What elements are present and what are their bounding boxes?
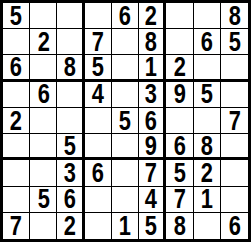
sudoku-cell-r8c7[interactable]: 7 xyxy=(166,187,193,213)
cell-digit: 6 xyxy=(37,82,49,108)
sudoku-cell-r9c7[interactable]: 8 xyxy=(166,213,193,239)
cell-digit: 9 xyxy=(173,82,185,108)
sudoku-cell-r8c3[interactable]: 6 xyxy=(57,187,84,213)
cell-digit: 7 xyxy=(228,108,240,134)
sudoku-cell-r8c2[interactable]: 5 xyxy=(30,187,57,213)
sudoku-cell-r5c4[interactable] xyxy=(85,108,112,134)
sudoku-cell-r6c1[interactable] xyxy=(3,134,30,160)
sudoku-cell-r2c8[interactable]: 6 xyxy=(194,29,221,55)
sudoku-cell-r1c8[interactable] xyxy=(194,3,221,29)
sudoku-cell-r8c6[interactable]: 4 xyxy=(139,187,166,213)
cell-digit: 4 xyxy=(145,187,157,213)
sudoku-cell-r4c7[interactable]: 9 xyxy=(166,82,193,108)
sudoku-cell-r7c5[interactable] xyxy=(112,160,139,186)
sudoku-cell-r9c1[interactable]: 7 xyxy=(3,213,30,239)
sudoku-cell-r8c5[interactable] xyxy=(112,187,139,213)
sudoku-cell-r8c8[interactable]: 1 xyxy=(194,187,221,213)
sudoku-cell-r8c9[interactable] xyxy=(221,187,248,213)
sudoku-cell-r6c9[interactable] xyxy=(221,134,248,160)
sudoku-cell-r8c4[interactable] xyxy=(85,187,112,213)
sudoku-cell-r2c2[interactable]: 2 xyxy=(30,29,57,55)
cell-digit: 7 xyxy=(173,187,185,213)
cell-digit: 2 xyxy=(10,108,22,134)
cell-digit: 9 xyxy=(145,134,157,160)
sudoku-cell-r5c9[interactable]: 7 xyxy=(221,108,248,134)
cell-digit: 8 xyxy=(228,3,240,29)
cell-digit: 8 xyxy=(63,55,75,81)
cell-digit: 2 xyxy=(173,55,185,81)
sudoku-cell-r7c3[interactable]: 3 xyxy=(57,160,84,186)
sudoku-cell-r2c6[interactable]: 8 xyxy=(139,29,166,55)
sudoku-cell-r5c6[interactable]: 6 xyxy=(139,108,166,134)
sudoku-cell-r7c9[interactable] xyxy=(221,160,248,186)
cell-digit: 2 xyxy=(37,29,49,55)
cell-digit: 6 xyxy=(228,213,240,239)
sudoku-cell-r2c7[interactable] xyxy=(166,29,193,55)
cell-digit: 1 xyxy=(201,187,213,213)
sudoku-cell-r4c2[interactable]: 6 xyxy=(30,82,57,108)
sudoku-cell-r1c3[interactable] xyxy=(57,3,84,29)
sudoku-cell-r4c8[interactable]: 5 xyxy=(194,82,221,108)
sudoku-cell-r6c8[interactable]: 8 xyxy=(194,134,221,160)
cell-digit: 5 xyxy=(201,82,213,108)
cell-digit: 7 xyxy=(145,160,157,186)
sudoku-cell-r3c8[interactable] xyxy=(194,55,221,81)
sudoku-cell-r4c4[interactable]: 4 xyxy=(85,82,112,108)
cell-digit: 6 xyxy=(92,160,104,186)
cell-digit: 6 xyxy=(119,3,131,29)
sudoku-cell-r1c7[interactable] xyxy=(166,3,193,29)
sudoku-cell-r9c4[interactable] xyxy=(85,213,112,239)
cell-digit: 7 xyxy=(10,213,22,239)
cell-digit: 1 xyxy=(145,55,157,81)
sudoku-cell-r2c4[interactable]: 7 xyxy=(85,29,112,55)
sudoku-cell-r4c5[interactable] xyxy=(112,82,139,108)
sudoku-cell-r6c7[interactable]: 6 xyxy=(166,134,193,160)
sudoku-cell-r2c5[interactable] xyxy=(112,29,139,55)
sudoku-cell-r5c3[interactable] xyxy=(57,108,84,134)
cell-digit: 6 xyxy=(201,29,213,55)
cell-digit: 3 xyxy=(145,82,157,108)
cell-digit: 8 xyxy=(201,134,213,160)
sudoku-cell-r2c9[interactable]: 5 xyxy=(221,29,248,55)
sudoku-cell-r4c9[interactable] xyxy=(221,82,248,108)
sudoku-cell-r8c1[interactable] xyxy=(3,187,30,213)
cell-digit: 2 xyxy=(63,213,75,239)
sudoku-cell-r9c6[interactable]: 5 xyxy=(139,213,166,239)
sudoku-board: 5628278656851264395256759683675256471721… xyxy=(0,0,251,242)
sudoku-cell-r6c5[interactable] xyxy=(112,134,139,160)
sudoku-cell-r9c8[interactable] xyxy=(194,213,221,239)
cell-digit: 5 xyxy=(37,187,49,213)
sudoku-cell-r6c3[interactable]: 5 xyxy=(57,134,84,160)
sudoku-cell-r2c1[interactable] xyxy=(3,29,30,55)
sudoku-cell-r9c5[interactable]: 1 xyxy=(112,213,139,239)
sudoku-cell-r3c9[interactable] xyxy=(221,55,248,81)
sudoku-cell-r3c7[interactable]: 2 xyxy=(166,55,193,81)
sudoku-cell-r1c1[interactable]: 5 xyxy=(3,3,30,29)
cell-digit: 6 xyxy=(10,55,22,81)
sudoku-cell-r3c6[interactable]: 1 xyxy=(139,55,166,81)
sudoku-cell-r7c4[interactable]: 6 xyxy=(85,160,112,186)
sudoku-cell-r7c6[interactable]: 7 xyxy=(139,160,166,186)
cell-digit: 2 xyxy=(201,160,213,186)
cell-digit: 5 xyxy=(119,108,131,134)
cell-digit: 6 xyxy=(145,108,157,134)
sudoku-cell-r9c3[interactable]: 2 xyxy=(57,213,84,239)
sudoku-cell-r3c5[interactable] xyxy=(112,55,139,81)
cell-digit: 6 xyxy=(63,187,75,213)
sudoku-cell-r3c2[interactable] xyxy=(30,55,57,81)
cell-digit: 5 xyxy=(228,29,240,55)
sudoku-cell-r5c1[interactable]: 2 xyxy=(3,108,30,134)
cell-digit: 5 xyxy=(145,213,157,239)
sudoku-cell-r5c7[interactable] xyxy=(166,108,193,134)
cell-digit: 8 xyxy=(173,213,185,239)
sudoku-cell-r9c9[interactable]: 6 xyxy=(221,213,248,239)
sudoku-cell-r7c1[interactable] xyxy=(3,160,30,186)
sudoku-cell-r3c1[interactable]: 6 xyxy=(3,55,30,81)
sudoku-cell-r6c6[interactable]: 9 xyxy=(139,134,166,160)
sudoku-cell-r1c2[interactable] xyxy=(30,3,57,29)
cell-digit: 6 xyxy=(173,134,185,160)
cell-digit: 3 xyxy=(63,160,75,186)
sudoku-cell-r5c8[interactable] xyxy=(194,108,221,134)
sudoku-cell-r1c5[interactable]: 6 xyxy=(112,3,139,29)
sudoku-cell-r7c7[interactable]: 5 xyxy=(166,160,193,186)
cell-digit: 4 xyxy=(92,82,104,108)
sudoku-cell-r1c9[interactable]: 8 xyxy=(221,3,248,29)
cell-digit: 7 xyxy=(92,29,104,55)
cell-digit: 5 xyxy=(63,134,75,160)
sudoku-cell-r3c4[interactable]: 5 xyxy=(85,55,112,81)
sudoku-cell-r6c4[interactable] xyxy=(85,134,112,160)
sudoku-cell-r7c8[interactable]: 2 xyxy=(194,160,221,186)
sudoku-cell-r7c2[interactable] xyxy=(30,160,57,186)
cell-digit: 8 xyxy=(145,29,157,55)
sudoku-cell-r2c3[interactable] xyxy=(57,29,84,55)
sudoku-cell-r5c2[interactable] xyxy=(30,108,57,134)
cell-digit: 2 xyxy=(145,3,157,29)
sudoku-cell-r4c1[interactable] xyxy=(3,82,30,108)
sudoku-cell-r1c4[interactable] xyxy=(85,3,112,29)
sudoku-cell-r4c3[interactable] xyxy=(57,82,84,108)
sudoku-cell-r3c3[interactable]: 8 xyxy=(57,55,84,81)
sudoku-cell-r4c6[interactable]: 3 xyxy=(139,82,166,108)
cell-digit: 1 xyxy=(119,213,131,239)
cell-digit: 5 xyxy=(10,3,22,29)
cell-digit: 5 xyxy=(173,160,185,186)
sudoku-cell-r9c2[interactable] xyxy=(30,213,57,239)
cell-digit: 5 xyxy=(92,55,104,81)
sudoku-cell-r6c2[interactable] xyxy=(30,134,57,160)
sudoku-cell-r1c6[interactable]: 2 xyxy=(139,3,166,29)
sudoku-cell-r5c5[interactable]: 5 xyxy=(112,108,139,134)
